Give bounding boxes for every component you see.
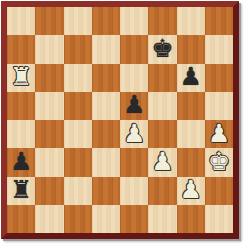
square-c1[interactable] [64,205,92,233]
square-e2[interactable] [120,177,148,205]
square-a6[interactable]: ♜ [7,64,35,92]
black-pawn-g6[interactable]: ♟ [179,64,201,89]
square-e5[interactable]: ♟ [120,92,148,120]
square-c5[interactable] [64,92,92,120]
square-f6[interactable] [148,64,176,92]
square-b2[interactable] [35,177,63,205]
square-e1[interactable] [120,205,148,233]
square-h1[interactable] [205,205,233,233]
square-h8[interactable] [205,7,233,35]
square-g4[interactable] [177,120,205,148]
square-a1[interactable] [7,205,35,233]
square-f1[interactable] [148,205,176,233]
square-h4[interactable]: ♟ [205,120,233,148]
square-b5[interactable] [35,92,63,120]
white-pawn-f3[interactable]: ♟ [151,149,173,174]
square-d7[interactable] [92,35,120,63]
square-g8[interactable] [177,7,205,35]
square-a4[interactable] [7,120,35,148]
square-g2[interactable]: ♟ [177,177,205,205]
square-h2[interactable] [205,177,233,205]
square-g3[interactable] [177,148,205,176]
square-c8[interactable] [64,7,92,35]
square-a5[interactable] [7,92,35,120]
square-e6[interactable] [120,64,148,92]
square-d6[interactable] [92,64,120,92]
square-f7[interactable]: ♚ [148,35,176,63]
white-rook-a6[interactable]: ♜ [10,64,32,89]
square-g1[interactable] [177,205,205,233]
chess-board: ♚♜♟♟♟♟♟♟♚♜♟ [7,7,233,233]
square-f2[interactable] [148,177,176,205]
white-pawn-h4[interactable]: ♟ [208,121,230,146]
square-d4[interactable] [92,120,120,148]
square-c2[interactable] [64,177,92,205]
square-e8[interactable] [120,7,148,35]
white-king-h3[interactable]: ♚ [208,149,230,174]
square-d2[interactable] [92,177,120,205]
square-a3[interactable]: ♟ [7,148,35,176]
black-pawn-e5[interactable]: ♟ [123,92,145,117]
square-c3[interactable] [64,148,92,176]
square-a8[interactable] [7,7,35,35]
square-f8[interactable] [148,7,176,35]
chess-diagram: ♚♜♟♟♟♟♟♟♚♜♟ [1,1,239,239]
square-h6[interactable] [205,64,233,92]
square-e3[interactable] [120,148,148,176]
square-g7[interactable] [177,35,205,63]
white-pawn-e4[interactable]: ♟ [123,121,145,146]
square-f3[interactable]: ♟ [148,148,176,176]
square-b1[interactable] [35,205,63,233]
square-g5[interactable] [177,92,205,120]
square-c4[interactable] [64,120,92,148]
black-king-f7[interactable]: ♚ [151,36,173,61]
square-h3[interactable]: ♚ [205,148,233,176]
square-a7[interactable] [7,35,35,63]
square-d1[interactable] [92,205,120,233]
square-d3[interactable] [92,148,120,176]
black-pawn-a3[interactable]: ♟ [10,149,32,174]
square-f5[interactable] [148,92,176,120]
square-b4[interactable] [35,120,63,148]
black-rook-a2[interactable]: ♜ [10,177,32,202]
square-f4[interactable] [148,120,176,148]
square-b6[interactable] [35,64,63,92]
square-e4[interactable]: ♟ [120,120,148,148]
square-b7[interactable] [35,35,63,63]
square-g6[interactable]: ♟ [177,64,205,92]
white-pawn-g2[interactable]: ♟ [179,177,201,202]
square-c6[interactable] [64,64,92,92]
square-c7[interactable] [64,35,92,63]
square-b8[interactable] [35,7,63,35]
square-h5[interactable] [205,92,233,120]
square-d5[interactable] [92,92,120,120]
square-e7[interactable] [120,35,148,63]
square-a2[interactable]: ♜ [7,177,35,205]
square-h7[interactable] [205,35,233,63]
square-d8[interactable] [92,7,120,35]
square-b3[interactable] [35,148,63,176]
